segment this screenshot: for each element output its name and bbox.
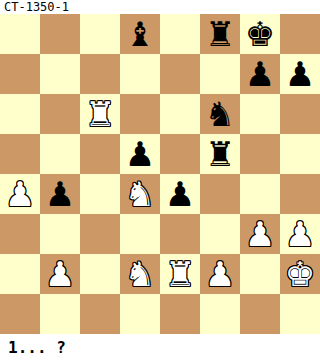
piece-black-pawn: ♟ (285, 54, 315, 94)
piece-black-pawn: ♟ (125, 134, 155, 174)
square-e7[interactable] (160, 54, 200, 94)
piece-white-pawn: ♟ (205, 254, 235, 294)
square-c7[interactable] (80, 54, 120, 94)
square-e5[interactable] (160, 134, 200, 174)
square-a8[interactable] (0, 14, 40, 54)
piece-black-rook: ♜ (205, 134, 235, 174)
square-h3[interactable]: ♟ (280, 214, 320, 254)
square-c6[interactable]: ♜ (80, 94, 120, 134)
square-h8[interactable] (280, 14, 320, 54)
piece-black-bishop: ♝ (125, 14, 155, 54)
square-f3[interactable] (200, 214, 240, 254)
square-c8[interactable] (80, 14, 120, 54)
square-f1[interactable] (200, 294, 240, 334)
square-d8[interactable]: ♝ (120, 14, 160, 54)
square-e1[interactable] (160, 294, 200, 334)
square-b8[interactable] (40, 14, 80, 54)
square-h7[interactable]: ♟ (280, 54, 320, 94)
square-g3[interactable]: ♟ (240, 214, 280, 254)
square-c1[interactable] (80, 294, 120, 334)
square-f5[interactable]: ♜ (200, 134, 240, 174)
puzzle-id: CT-1350-1 (0, 0, 320, 14)
piece-black-knight: ♞ (205, 94, 235, 134)
piece-black-king: ♚ (245, 14, 275, 54)
square-h4[interactable] (280, 174, 320, 214)
square-f2[interactable]: ♟ (200, 254, 240, 294)
square-g1[interactable] (240, 294, 280, 334)
piece-white-pawn: ♟ (285, 214, 315, 254)
square-g6[interactable] (240, 94, 280, 134)
piece-white-knight: ♞ (125, 254, 155, 294)
square-f6[interactable]: ♞ (200, 94, 240, 134)
square-a5[interactable] (0, 134, 40, 174)
piece-black-pawn: ♟ (165, 174, 195, 214)
square-a7[interactable] (0, 54, 40, 94)
piece-white-pawn: ♟ (45, 254, 75, 294)
piece-white-pawn: ♟ (245, 214, 275, 254)
square-a1[interactable] (0, 294, 40, 334)
square-b1[interactable] (40, 294, 80, 334)
square-d4[interactable]: ♞ (120, 174, 160, 214)
square-g2[interactable] (240, 254, 280, 294)
square-d3[interactable] (120, 214, 160, 254)
square-g4[interactable] (240, 174, 280, 214)
piece-black-pawn: ♟ (245, 54, 275, 94)
piece-white-knight: ♞ (125, 174, 155, 214)
square-h1[interactable] (280, 294, 320, 334)
square-b4[interactable]: ♟ (40, 174, 80, 214)
chess-puzzle-screen: CT-1350-1 ♝♜♚♟♟♜♞♟♜♟♟♞♟♟♟♟♞♜♟♚ 1... ? (0, 0, 320, 360)
square-c3[interactable] (80, 214, 120, 254)
square-e3[interactable] (160, 214, 200, 254)
piece-white-king: ♚ (285, 254, 315, 294)
piece-white-rook: ♜ (165, 254, 195, 294)
square-h5[interactable] (280, 134, 320, 174)
square-a2[interactable] (0, 254, 40, 294)
square-h6[interactable] (280, 94, 320, 134)
piece-black-rook: ♜ (205, 14, 235, 54)
square-e4[interactable]: ♟ (160, 174, 200, 214)
square-g5[interactable] (240, 134, 280, 174)
square-g7[interactable]: ♟ (240, 54, 280, 94)
chess-board: ♝♜♚♟♟♜♞♟♜♟♟♞♟♟♟♟♞♜♟♚ (0, 14, 320, 334)
square-a4[interactable]: ♟ (0, 174, 40, 214)
square-c5[interactable] (80, 134, 120, 174)
piece-white-rook: ♜ (85, 94, 115, 134)
square-f4[interactable] (200, 174, 240, 214)
square-f8[interactable]: ♜ (200, 14, 240, 54)
square-a6[interactable] (0, 94, 40, 134)
piece-black-pawn: ♟ (45, 174, 75, 214)
square-d6[interactable] (120, 94, 160, 134)
square-d2[interactable]: ♞ (120, 254, 160, 294)
square-h2[interactable]: ♚ (280, 254, 320, 294)
square-a3[interactable] (0, 214, 40, 254)
square-b5[interactable] (40, 134, 80, 174)
move-prompt: 1... ? (0, 334, 320, 360)
square-b7[interactable] (40, 54, 80, 94)
square-d1[interactable] (120, 294, 160, 334)
piece-white-pawn: ♟ (5, 174, 35, 214)
square-d7[interactable] (120, 54, 160, 94)
square-b6[interactable] (40, 94, 80, 134)
square-e2[interactable]: ♜ (160, 254, 200, 294)
square-c2[interactable] (80, 254, 120, 294)
square-e8[interactable] (160, 14, 200, 54)
square-b3[interactable] (40, 214, 80, 254)
square-b2[interactable]: ♟ (40, 254, 80, 294)
square-c4[interactable] (80, 174, 120, 214)
square-g8[interactable]: ♚ (240, 14, 280, 54)
square-d5[interactable]: ♟ (120, 134, 160, 174)
square-f7[interactable] (200, 54, 240, 94)
square-e6[interactable] (160, 94, 200, 134)
